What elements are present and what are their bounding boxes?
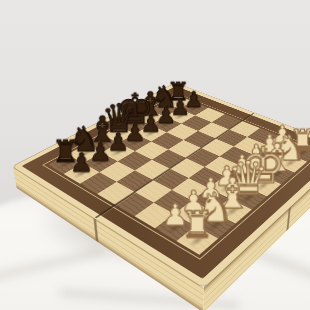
piece-glyph: ♟	[70, 150, 93, 176]
chess-board: ♜♞♝♛♚♝♞♜♟♟♟♟♟♟♟♟♟♟♟♟♟♟♟♟♜♞♝♛♚♝♞♜	[13, 83, 310, 288]
perspective-scene: ♜♞♝♛♚♝♞♜♟♟♟♟♟♟♟♟♟♟♟♟♟♟♟♟♜♞♝♛♚♝♞♜	[0, 0, 310, 310]
photo-of-chess-set: ♜♞♝♛♚♝♞♜♟♟♟♟♟♟♟♟♟♟♟♟♟♟♟♟♜♞♝♛♚♝♞♜	[0, 0, 310, 310]
piece-glyph: ♜	[181, 207, 214, 244]
